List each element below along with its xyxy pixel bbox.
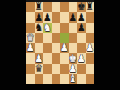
square-c1[interactable] — [43, 74, 52, 84]
square-g6[interactable]: ♟ — [77, 23, 86, 33]
square-g2[interactable] — [77, 64, 86, 74]
square-d2[interactable] — [52, 64, 61, 74]
square-e8[interactable] — [60, 2, 69, 12]
square-f8[interactable] — [69, 2, 78, 12]
square-d1[interactable] — [52, 74, 61, 84]
square-g1[interactable] — [77, 74, 86, 84]
black-knight-b6[interactable]: ♞ — [35, 23, 44, 33]
white-pawn-f2[interactable]: ♟ — [69, 64, 78, 74]
white-pawn-b3[interactable]: ♟ — [35, 53, 44, 63]
square-a6[interactable] — [26, 23, 35, 33]
square-d3[interactable] — [52, 53, 61, 63]
square-e6[interactable] — [60, 23, 69, 33]
square-c4[interactable] — [43, 43, 52, 53]
white-pawn-h4[interactable]: ♟ — [86, 43, 95, 53]
square-g8[interactable]: ♚ — [77, 2, 86, 12]
white-pawn-g3[interactable]: ♟ — [77, 53, 86, 63]
letterbox-right — [94, 0, 120, 90]
square-f1[interactable]: ♝ — [69, 74, 78, 84]
square-e4[interactable]: ♟ — [60, 43, 69, 53]
square-f4[interactable] — [69, 43, 78, 53]
square-c8[interactable] — [43, 2, 52, 12]
letterbox-bottom — [26, 84, 94, 90]
square-h1[interactable] — [86, 74, 95, 84]
black-pawn-g7[interactable]: ♟ — [77, 12, 86, 22]
square-d6[interactable] — [52, 23, 61, 33]
square-f2[interactable]: ♟ — [69, 64, 78, 74]
black-king-g8[interactable]: ♚ — [77, 2, 86, 12]
square-a7[interactable] — [26, 12, 35, 22]
square-g3[interactable]: ♟ — [77, 53, 86, 63]
letterbox-left — [0, 0, 26, 90]
square-f6[interactable] — [69, 23, 78, 33]
square-g5[interactable] — [77, 33, 86, 43]
white-queen-a5[interactable]: ♛ — [26, 33, 35, 43]
square-g4[interactable] — [77, 43, 86, 53]
square-d5[interactable] — [52, 33, 61, 43]
square-a1[interactable] — [26, 74, 35, 84]
square-e5[interactable] — [60, 33, 69, 43]
black-rook-b8[interactable]: ♜ — [35, 2, 44, 12]
white-king-f3[interactable]: ♚ — [69, 53, 78, 63]
square-h3[interactable] — [86, 53, 95, 63]
square-a5[interactable]: ♛ — [26, 33, 35, 43]
black-queen-b2[interactable]: ♛ — [35, 64, 44, 74]
square-a2[interactable] — [26, 64, 35, 74]
square-b7[interactable]: ♟ — [35, 12, 44, 22]
square-b5[interactable] — [35, 33, 44, 43]
square-b1[interactable] — [35, 74, 44, 84]
square-b8[interactable]: ♜ — [35, 2, 44, 12]
square-b2[interactable]: ♛ — [35, 64, 44, 74]
square-h8[interactable]: ♜ — [86, 2, 95, 12]
square-e1[interactable] — [60, 74, 69, 84]
square-g7[interactable]: ♟ — [77, 12, 86, 22]
white-knight-c6[interactable]: ♞ — [43, 23, 52, 33]
square-c6[interactable]: ♞ — [43, 23, 52, 33]
black-pawn-b7[interactable]: ♟ — [35, 12, 44, 22]
square-a4[interactable]: ♟ — [26, 43, 35, 53]
square-d7[interactable] — [52, 12, 61, 22]
white-pawn-e4[interactable]: ♟ — [60, 43, 69, 53]
square-h7[interactable] — [86, 12, 95, 22]
square-b4[interactable] — [35, 43, 44, 53]
video-frame: ♜♚♜♟♟♟♟♞♞♟♛♟♟♟♟♚♟♛♟♝ — [0, 0, 120, 90]
square-f7[interactable]: ♟ — [69, 12, 78, 22]
black-pawn-c7[interactable]: ♟ — [43, 12, 52, 22]
black-rook-h8[interactable]: ♜ — [86, 2, 95, 12]
square-h5[interactable] — [86, 33, 95, 43]
square-h2[interactable] — [86, 64, 95, 74]
square-c2[interactable] — [43, 64, 52, 74]
square-b3[interactable]: ♟ — [35, 53, 44, 63]
square-h4[interactable]: ♟ — [86, 43, 95, 53]
white-pawn-a4[interactable]: ♟ — [26, 43, 35, 53]
square-h6[interactable] — [86, 23, 95, 33]
square-e7[interactable] — [60, 12, 69, 22]
square-a8[interactable] — [26, 2, 35, 12]
square-e2[interactable] — [60, 64, 69, 74]
chess-board: ♜♚♜♟♟♟♟♞♞♟♛♟♟♟♟♚♟♛♟♝ — [26, 2, 94, 84]
white-bishop-f1[interactable]: ♝ — [69, 74, 78, 84]
square-d8[interactable] — [52, 2, 61, 12]
square-f3[interactable]: ♚ — [69, 53, 78, 63]
black-pawn-f7[interactable]: ♟ — [69, 12, 78, 22]
square-b6[interactable]: ♞ — [35, 23, 44, 33]
square-f5[interactable] — [69, 33, 78, 43]
square-d4[interactable] — [52, 43, 61, 53]
square-c3[interactable] — [43, 53, 52, 63]
square-c5[interactable] — [43, 33, 52, 43]
square-e3[interactable] — [60, 53, 69, 63]
square-c7[interactable]: ♟ — [43, 12, 52, 22]
black-pawn-g6[interactable]: ♟ — [77, 23, 86, 33]
square-a3[interactable] — [26, 53, 35, 63]
